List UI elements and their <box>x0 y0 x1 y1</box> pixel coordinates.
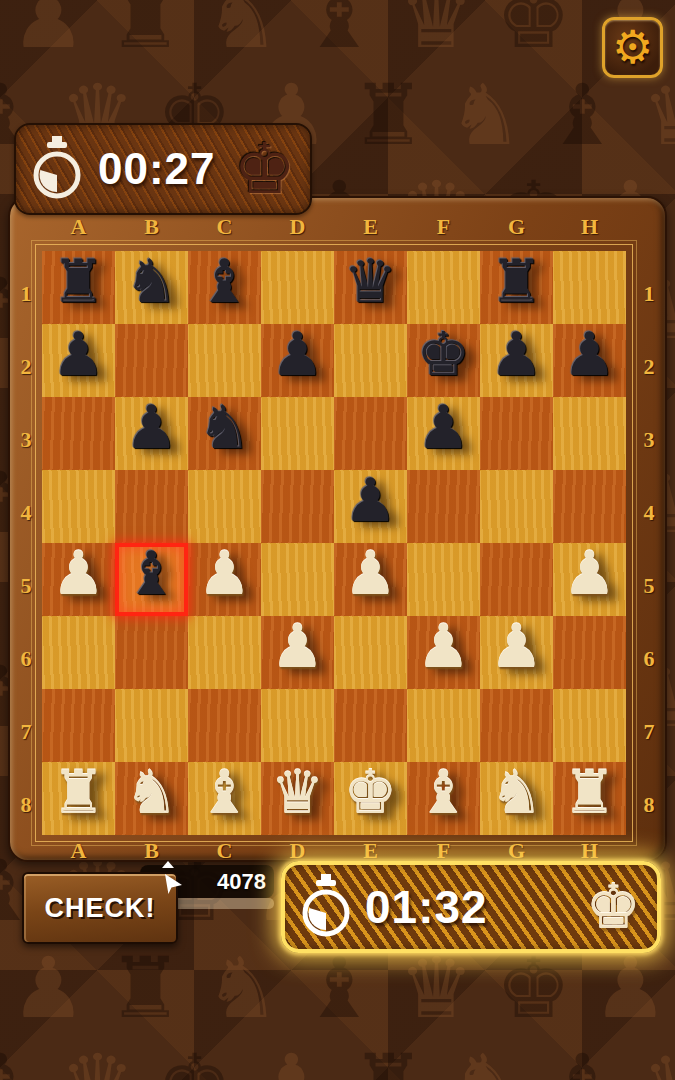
piece-wb-f8[interactable]: ♝ <box>407 753 480 826</box>
file-label-bottom-a: A <box>42 838 115 864</box>
stopwatch-icon <box>32 135 82 203</box>
rank-label-left-6: 6 <box>13 622 39 695</box>
piece-wq-d8[interactable]: ♛ <box>261 753 334 826</box>
piece-wp-h5[interactable]: ♟ <box>553 534 626 607</box>
settings-button[interactable]: ⚙ <box>602 17 663 78</box>
piece-bp-d2[interactable]: ♟ <box>261 315 334 388</box>
piece-bp-f3[interactable]: ♟ <box>407 388 480 461</box>
square-a3[interactable] <box>42 397 115 470</box>
piece-wp-d6[interactable]: ♟ <box>261 607 334 680</box>
black-king-icon: ♚ <box>233 134 296 204</box>
file-label-top-d: D <box>261 214 334 240</box>
square-d3[interactable] <box>261 397 334 470</box>
rank-label-right-3: 3 <box>636 403 662 476</box>
square-e2[interactable] <box>334 324 407 397</box>
square-g7[interactable] <box>480 689 553 762</box>
piece-bn-b1[interactable]: ♞ <box>115 242 188 315</box>
piece-bb-b5[interactable]: ♝ <box>115 534 188 607</box>
file-label-bottom-c: C <box>188 838 261 864</box>
square-d1[interactable] <box>261 251 334 324</box>
opponent-time: 00:27 <box>98 144 216 194</box>
square-b4[interactable] <box>115 470 188 543</box>
square-a6[interactable] <box>42 616 115 689</box>
square-b7[interactable] <box>115 689 188 762</box>
rank-label-left-4: 4 <box>13 476 39 549</box>
square-e7[interactable] <box>334 689 407 762</box>
file-label-top-c: C <box>188 214 261 240</box>
rank-label-right-1: 1 <box>636 257 662 330</box>
file-label-top-h: H <box>553 214 626 240</box>
square-b2[interactable] <box>115 324 188 397</box>
piece-bp-e4[interactable]: ♟ <box>334 461 407 534</box>
rank-label-left-1: 1 <box>13 257 39 330</box>
background-piece-silhouette: ♝ <box>534 1037 631 1080</box>
player-clock-panel: 01:32 ♚ <box>281 861 661 953</box>
piece-bb-c1[interactable]: ♝ <box>188 242 261 315</box>
rank-label-right-2: 2 <box>636 330 662 403</box>
rank-label-right-4: 4 <box>636 476 662 549</box>
rank-label-right-8: 8 <box>636 768 662 841</box>
piece-wn-b8[interactable]: ♞ <box>115 753 188 826</box>
rank-label-left-5: 5 <box>13 549 39 622</box>
piece-wp-e5[interactable]: ♟ <box>334 534 407 607</box>
background-piece-silhouette: ♜ <box>97 940 194 1037</box>
rank-label-right-7: 7 <box>636 695 662 768</box>
background-piece-silhouette: ♝ <box>0 1037 49 1080</box>
opponent-clock-panel: 00:27 ♚ <box>14 123 312 215</box>
background-piece-silhouette: ♛ <box>631 1037 675 1080</box>
background-piece-silhouette: ♜ <box>340 67 437 164</box>
square-a4[interactable] <box>42 470 115 543</box>
piece-wp-f6[interactable]: ♟ <box>407 607 480 680</box>
chess-game-screen: ♟♜♞♝♛♚♟♜♝♛♚♟♜♞♝♛♟♜♞♝♛♚♟♜♝♛♚♟♜♞♝♛♟♜♞♝♛♚♟♜… <box>0 0 675 1080</box>
square-a7[interactable] <box>42 689 115 762</box>
square-h3[interactable] <box>553 397 626 470</box>
background-piece-silhouette: ♟ <box>582 940 675 1037</box>
piece-bk-f2[interactable]: ♚ <box>407 315 480 388</box>
piece-bq-e1[interactable]: ♛ <box>334 242 407 315</box>
check-button[interactable]: CHECK! <box>22 872 178 944</box>
background-piece-silhouette: ♜ <box>97 0 194 67</box>
square-g4[interactable] <box>480 470 553 543</box>
piece-bp-b3[interactable]: ♟ <box>115 388 188 461</box>
piece-bp-a2[interactable]: ♟ <box>42 315 115 388</box>
rank-label-right-5: 5 <box>636 549 662 622</box>
piece-wk-e8[interactable]: ♚ <box>334 753 407 826</box>
file-label-top-a: A <box>42 214 115 240</box>
rank-label-left-2: 2 <box>13 330 39 403</box>
background-piece-silhouette: ♛ <box>388 940 485 1037</box>
piece-bn-c3[interactable]: ♞ <box>188 388 261 461</box>
background-piece-silhouette: ♛ <box>388 0 485 67</box>
rating-marker-icon <box>162 861 174 868</box>
square-c2[interactable] <box>188 324 261 397</box>
background-piece-silhouette: ♜ <box>340 1037 437 1080</box>
background-piece-silhouette: ♝ <box>291 940 388 1037</box>
background-piece-silhouette: ♚ <box>485 940 582 1037</box>
background-piece-silhouette: ♚ <box>146 1037 243 1080</box>
piece-bp-h2[interactable]: ♟ <box>553 315 626 388</box>
white-king-icon: ♚ <box>585 876 641 938</box>
background-piece-silhouette: ♞ <box>194 940 291 1037</box>
background-piece-silhouette: ♚ <box>485 0 582 67</box>
piece-wp-g6[interactable]: ♟ <box>480 607 553 680</box>
piece-wp-c5[interactable]: ♟ <box>188 534 261 607</box>
background-piece-silhouette: ♟ <box>0 0 97 67</box>
square-b6[interactable] <box>115 616 188 689</box>
square-f5[interactable] <box>407 543 480 616</box>
stopwatch-icon <box>301 873 351 941</box>
square-d4[interactable] <box>261 470 334 543</box>
background-piece-silhouette: ♟ <box>243 1037 340 1080</box>
background-piece-silhouette: ♛ <box>49 1037 146 1080</box>
background-piece-silhouette: ♞ <box>437 1037 534 1080</box>
square-f4[interactable] <box>407 470 480 543</box>
check-label: CHECK! <box>45 893 156 923</box>
square-d5[interactable] <box>261 543 334 616</box>
square-h1[interactable] <box>553 251 626 324</box>
file-label-top-e: E <box>334 214 407 240</box>
piece-wb-c8[interactable]: ♝ <box>188 753 261 826</box>
piece-wr-a8[interactable]: ♜ <box>42 753 115 826</box>
square-h7[interactable] <box>553 689 626 762</box>
square-g3[interactable] <box>480 397 553 470</box>
square-f7[interactable] <box>407 689 480 762</box>
rating-value: 4078 <box>217 869 266 895</box>
file-label-top-g: G <box>480 214 553 240</box>
gear-icon: ⚙ <box>605 21 660 74</box>
file-label-top-b: B <box>115 214 188 240</box>
piece-wr-h8[interactable]: ♜ <box>553 753 626 826</box>
background-piece-silhouette: ♝ <box>291 0 388 67</box>
player-time: 01:32 <box>365 880 488 934</box>
background-piece-silhouette: ♞ <box>437 67 534 164</box>
rank-label-right-6: 6 <box>636 622 662 695</box>
background-piece-silhouette: ♟ <box>0 940 97 1037</box>
square-h6[interactable] <box>553 616 626 689</box>
square-f1[interactable] <box>407 251 480 324</box>
piece-bp-g2[interactable]: ♟ <box>480 315 553 388</box>
rank-label-left-7: 7 <box>13 695 39 768</box>
file-label-bottom-b: B <box>115 838 188 864</box>
square-e6[interactable] <box>334 616 407 689</box>
background-piece-silhouette: ♛ <box>631 67 675 164</box>
piece-wp-a5[interactable]: ♟ <box>42 534 115 607</box>
square-e3[interactable] <box>334 397 407 470</box>
piece-wn-g8[interactable]: ♞ <box>480 753 553 826</box>
rank-label-left-3: 3 <box>13 403 39 476</box>
board-frame: ♜♞♝♛♜♟♟♚♟♟♟♞♟♟♟♝♟♟♟♟♟♟♜♞♝♛♚♝♞♜ AABBCCDDE… <box>8 196 667 862</box>
square-g5[interactable] <box>480 543 553 616</box>
square-h4[interactable] <box>553 470 626 543</box>
background-piece-silhouette: ♞ <box>194 0 291 67</box>
square-c4[interactable] <box>188 470 261 543</box>
piece-br-g1[interactable]: ♜ <box>480 242 553 315</box>
square-d7[interactable] <box>261 689 334 762</box>
file-label-top-f: F <box>407 214 480 240</box>
background-piece-silhouette: ♝ <box>534 67 631 164</box>
square-c7[interactable] <box>188 689 261 762</box>
rank-label-left-8: 8 <box>13 768 39 841</box>
piece-br-a1[interactable]: ♜ <box>42 242 115 315</box>
square-c6[interactable] <box>188 616 261 689</box>
